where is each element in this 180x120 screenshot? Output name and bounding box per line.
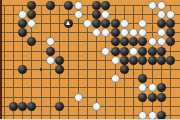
stone-white <box>157 37 166 46</box>
stone-black <box>120 65 129 74</box>
stone-white <box>166 10 175 19</box>
stone-white <box>129 47 138 56</box>
stone-white <box>111 74 120 83</box>
stone-black <box>92 10 101 19</box>
stone-black <box>18 28 27 37</box>
grid-line-horizontal <box>2 32 180 33</box>
stone-black <box>120 37 129 46</box>
stone-white <box>157 28 166 37</box>
stone-black <box>138 47 147 56</box>
stone-black <box>55 56 64 65</box>
stone-black <box>157 56 166 65</box>
stone-black <box>166 56 175 65</box>
grid-line-vertical <box>78 5 79 120</box>
stone-black <box>27 10 36 19</box>
stone-black <box>166 37 175 46</box>
stone-white <box>138 111 147 119</box>
stone-white <box>83 19 92 28</box>
stone-black <box>46 47 55 56</box>
stone-black <box>166 19 175 28</box>
stone-black <box>138 93 147 102</box>
stone-white <box>111 56 120 65</box>
stone-white <box>74 10 83 19</box>
stone-white <box>101 47 110 56</box>
stone-black <box>111 28 120 37</box>
stone-black <box>138 37 147 46</box>
stone-black <box>111 19 120 28</box>
stone-black <box>64 1 73 10</box>
stone-white <box>148 1 157 10</box>
stone-white <box>74 93 83 102</box>
stone-black <box>55 102 64 111</box>
stone-white <box>138 28 147 37</box>
stone-black <box>9 102 18 111</box>
stone-black <box>157 83 166 92</box>
stone-white <box>101 28 110 37</box>
stone-white <box>27 19 36 28</box>
last-move-marker-icon <box>66 21 70 25</box>
stone-black <box>18 19 27 28</box>
stone-black <box>148 47 157 56</box>
stone-black <box>120 56 129 65</box>
stone-black <box>157 111 166 119</box>
stone-white <box>18 10 27 19</box>
stone-black <box>120 47 129 56</box>
grid-line-horizontal <box>2 69 180 70</box>
stone-black <box>27 102 36 111</box>
stone-black <box>129 56 138 65</box>
stone-white <box>46 56 55 65</box>
stone-black <box>138 56 147 65</box>
stone-white <box>148 37 157 46</box>
stone-black <box>157 47 166 56</box>
stone-black <box>101 19 110 28</box>
stone-black <box>27 37 36 46</box>
stone-white <box>120 28 129 37</box>
stone-white <box>92 28 101 37</box>
stone-black <box>148 56 157 65</box>
stone-black <box>148 93 157 102</box>
stone-black <box>157 19 166 28</box>
stone-black <box>111 47 120 56</box>
stone-white <box>46 37 55 46</box>
stone-black <box>92 1 101 10</box>
stone-white <box>157 1 166 10</box>
grid-line-vertical <box>4 5 5 120</box>
stone-black <box>129 37 138 46</box>
grid-line-horizontal <box>2 78 180 79</box>
stone-black <box>111 37 120 46</box>
stone-black <box>27 1 36 10</box>
stone-white <box>148 111 157 119</box>
stone-white <box>92 102 101 111</box>
stone-black <box>166 28 175 37</box>
stone-black <box>46 1 55 10</box>
stone-black <box>18 65 27 74</box>
stone-black <box>157 93 166 102</box>
stone-black <box>138 74 147 83</box>
stone-black <box>101 1 110 10</box>
stone-white <box>129 28 138 37</box>
stone-black <box>55 65 64 74</box>
grid-line-vertical <box>41 5 42 120</box>
stone-white <box>120 19 129 28</box>
stone-white <box>148 83 157 92</box>
stone-black <box>92 19 101 28</box>
screenshot-root <box>0 0 180 119</box>
stone-white <box>157 10 166 19</box>
stone-white <box>138 83 147 92</box>
stone-white <box>138 19 147 28</box>
stone-black <box>18 102 27 111</box>
stone-white <box>74 1 83 10</box>
go-board[interactable] <box>0 0 180 119</box>
stone-white <box>101 10 110 19</box>
